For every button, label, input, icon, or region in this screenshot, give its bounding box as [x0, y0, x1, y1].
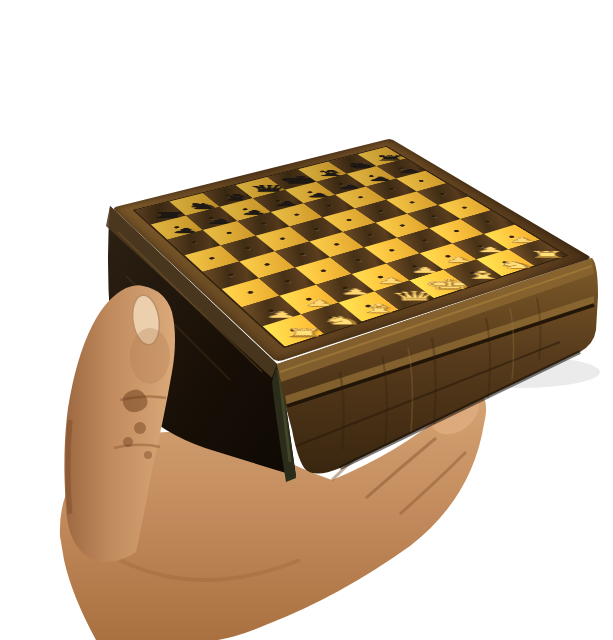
henna-mark: [123, 437, 133, 447]
henna-mark: [144, 451, 152, 459]
thumb-knuckle-shade: [130, 328, 170, 384]
hand-thumb: [0, 0, 613, 640]
product-photo-scene: ♜♞♝♛♚♝♞♜♟♟♟♟♟♟♟♟♟♟♟♟♟♟♟♟♜♞♝♛♚♝♞♜: [0, 0, 613, 640]
thumb-edge-shade: [68, 420, 70, 514]
henna-mark: [134, 422, 146, 434]
